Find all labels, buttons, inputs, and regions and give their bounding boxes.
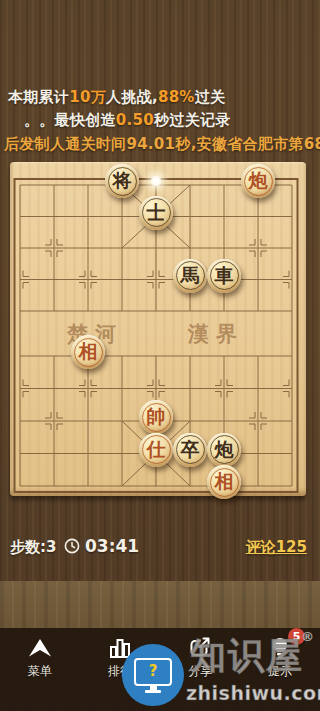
pass-rate: 88% (158, 88, 195, 106)
piece-char: 仕 (147, 440, 166, 459)
piece-char: 帥 (147, 407, 166, 426)
piece-char: 相 (215, 472, 234, 491)
piece-char: 炮 (249, 171, 268, 190)
comments-link[interactable]: 评论125 (246, 538, 307, 557)
participant-count: 10万 (69, 88, 106, 106)
timer-value: 03:41 (85, 536, 139, 556)
record-line: 。。最快创造0.50秒过关记录 (24, 111, 231, 130)
watermark-logo: ? (122, 644, 184, 706)
piece-char: 炮 (215, 440, 234, 459)
timer: 03:41 (64, 536, 139, 556)
nav-label-menu: 菜单 (28, 663, 52, 680)
piece-black[interactable]: 将 (105, 164, 139, 198)
piece-red[interactable]: 相 (71, 335, 105, 369)
piece-red[interactable]: 帥 (139, 400, 173, 434)
record-time: 0.50 (116, 111, 154, 129)
watermark-title: 知识屋 (190, 632, 304, 681)
piece-char: 将 (113, 171, 132, 190)
menu-icon (27, 635, 53, 661)
piece-red[interactable]: 仕 (139, 433, 173, 467)
watermark-url: zhishiwu.com (186, 682, 320, 704)
piece-char: 士 (147, 203, 166, 222)
table-edge (0, 581, 320, 628)
xiangqi-board[interactable]: 楚河 漢界 将炮士馬車相帥仕卒炮相 (10, 162, 306, 496)
move-counter: 步数:3 (10, 538, 56, 557)
piece-black[interactable]: 車 (207, 259, 241, 293)
ticker-line: 后发制人通关时间94.01秒,安徽省合肥市第687 (4, 135, 320, 154)
clock-icon (64, 538, 80, 554)
piece-char: 卒 (181, 440, 200, 459)
piece-black[interactable]: 馬 (173, 259, 207, 293)
piece-red[interactable]: 相 (207, 465, 241, 499)
status-row: 步数:3 03:41 评论125 (0, 536, 320, 558)
piece-black[interactable]: 炮 (207, 433, 241, 467)
piece-char: 車 (215, 266, 234, 285)
piece-black[interactable]: 卒 (173, 433, 207, 467)
monitor-icon: ? (134, 658, 172, 686)
piece-char: 相 (79, 342, 98, 361)
challenge-stats-line: 本期累计10万人挑战,88%过关 (8, 88, 225, 107)
highlight-dot (150, 175, 162, 187)
piece-char: 馬 (181, 266, 200, 285)
nav-menu[interactable]: 菜单 (0, 628, 80, 680)
river-label-right: 漢界 (188, 320, 244, 348)
piece-red[interactable]: 炮 (241, 164, 275, 198)
watermark-registered-mark: ® (301, 629, 314, 644)
piece-black[interactable]: 士 (139, 196, 173, 230)
